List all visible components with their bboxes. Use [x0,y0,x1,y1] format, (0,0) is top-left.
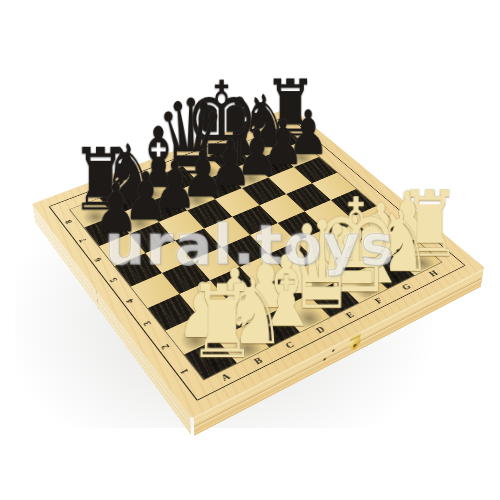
box-seam [96,291,98,309]
piece-white-rook: ♜ [170,272,274,374]
screw-icon [323,358,326,362]
chess-set-photo: ♜♞♝♛♚♝♞♜♟♟♟♟♟♟♟♟♟♟♟♟♟♟♟♟♜♞♝♛♚♝♞♜ 8765432… [0,0,500,500]
screw-icon [332,349,335,352]
clasp-hole [353,343,356,348]
watermark: ural.toys [105,212,395,277]
